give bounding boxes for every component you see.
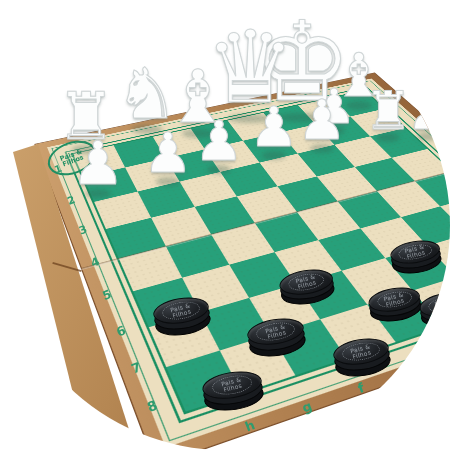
white-pawn-glyph: ♟: [297, 93, 346, 148]
white-pawn-glyph: ♟: [249, 100, 298, 155]
fold-notch: [52, 262, 81, 272]
white-pawn-glyph: ♟: [143, 126, 192, 181]
checker-stack: Pais &Filhos: [151, 293, 212, 338]
checker-emboss-ring: [427, 294, 450, 315]
white-pawn-glyph: ♟: [71, 133, 125, 193]
white-pawn-glyph: ♟: [194, 114, 243, 169]
white-pawn-glyph: ♟: [408, 91, 448, 136]
white-rook-glyph: ♜: [364, 84, 412, 137]
checker-emboss-text-line1: Pais &: [434, 295, 450, 306]
checker-emboss-text: Pais &Filhos: [404, 243, 427, 260]
board-scene: Pais & Filhos 12345678hgf ♜♟♞♟♝♟♛♟♚♟♟♝♜♟…: [0, 0, 450, 450]
checker-emboss-text-line2: Filhos: [435, 301, 450, 312]
product-photo-circle: Pais & Filhos 12345678hgf ♜♟♞♟♝♟♛♟♚♟♟♝♜♟…: [0, 0, 450, 450]
checker-stack: Pais &Filhos: [331, 334, 392, 379]
